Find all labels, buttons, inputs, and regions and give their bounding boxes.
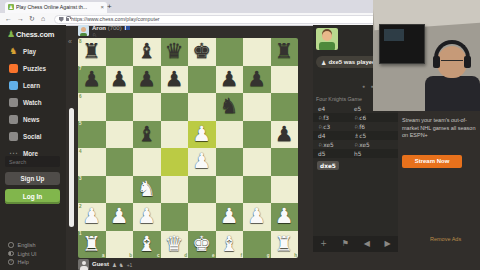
sign-up-button[interactable]: Sign Up (5, 172, 60, 185)
white-pawn-e5[interactable]: ♟ (188, 121, 216, 149)
move-banner: ♟ dxe5 was played (316, 56, 381, 68)
white-move[interactable]: ♘c3 (318, 124, 354, 130)
sidebar-item-label: Play (23, 48, 36, 55)
white-move[interactable]: d4 (318, 133, 354, 139)
learn-icon (9, 81, 18, 90)
material-advantage: +1 (127, 262, 133, 268)
square-g1[interactable]: g (243, 231, 271, 259)
black-rook-a8[interactable]: ♜ (78, 38, 106, 66)
sidebar-item-watch[interactable]: Watch (9, 97, 42, 107)
square-d8[interactable]: ♛ (161, 38, 189, 66)
footer-link-help[interactable]: ?Help (8, 259, 29, 265)
square-b2[interactable]: ♟ (106, 203, 134, 231)
square-d1[interactable]: d♛ (161, 231, 189, 259)
square-c7[interactable]: ♟ (133, 66, 161, 94)
square-e5[interactable]: ♟ (188, 121, 216, 149)
sidebar-item-label: Learn (23, 82, 40, 89)
square-a2[interactable]: 2♟ (78, 203, 106, 231)
square-h1[interactable]: h♜ (271, 231, 299, 259)
player-info[interactable]: Guest ♟ ♞ +1 (78, 259, 132, 270)
square-c4[interactable] (133, 148, 161, 176)
social-icon (9, 132, 18, 141)
white-queen-d1[interactable]: ♛ (161, 231, 189, 259)
white-rook-a1[interactable]: ♜ (78, 231, 106, 259)
chesscom-logo[interactable]: ♟ Chess.com (7, 29, 54, 39)
black-pawn-b7[interactable]: ♟ (106, 66, 134, 94)
current-move-chip[interactable]: dxe5 (317, 161, 339, 170)
lock-icon (66, 18, 70, 21)
black-move[interactable]: ♗c5 (354, 133, 390, 139)
square-g7[interactable]: ♟ (243, 66, 271, 94)
news-icon (9, 115, 18, 124)
square-f2[interactable]: ♟ (216, 203, 244, 231)
streamer-body (425, 76, 480, 111)
square-b1[interactable]: b (106, 231, 134, 259)
sidebar-item-learn[interactable]: Learn (9, 80, 40, 90)
bot-avatar[interactable] (316, 28, 338, 50)
white-move[interactable]: d5 (318, 151, 354, 157)
move-row-3: ♘c3♘f6 (313, 122, 398, 131)
square-h8[interactable]: ♜ (271, 38, 299, 66)
white-bishop-c1[interactable]: ♝ (133, 231, 161, 259)
square-c3[interactable]: ♞ (133, 176, 161, 204)
square-f8[interactable] (216, 38, 244, 66)
square-b3[interactable] (106, 176, 134, 204)
opponent-info[interactable]: Aron (700) ♘ (78, 25, 130, 38)
white-move[interactable]: e4 (318, 106, 354, 112)
remove-ads-link[interactable]: Remove Ads (430, 236, 461, 242)
footer-link-english[interactable]: English (8, 242, 36, 248)
black-bishop-c8[interactable]: ♝ (133, 38, 161, 66)
black-pawn-f7[interactable]: ♟ (216, 66, 244, 94)
white-pawn-f2[interactable]: ♟ (216, 203, 244, 231)
webcam-overlay (373, 0, 480, 111)
square-e6[interactable] (188, 93, 216, 121)
ad-text: Stream your team's out-of-market NHL gam… (402, 117, 478, 140)
black-rook-h8[interactable]: ♜ (271, 38, 299, 66)
tv-screen (379, 24, 425, 64)
square-b4[interactable] (106, 148, 134, 176)
player-avatar[interactable] (78, 259, 89, 270)
opponent-rating: (700) (108, 25, 122, 31)
square-h7[interactable] (271, 66, 299, 94)
square-c8[interactable]: ♝ (133, 38, 161, 66)
square-a6[interactable]: 6 (78, 93, 106, 121)
square-g5[interactable] (243, 121, 271, 149)
square-a8[interactable]: 8♜ (78, 38, 106, 66)
black-move[interactable]: ♘xe5 (354, 142, 390, 148)
tab-title: Play Chess Online Against th... (16, 4, 98, 10)
chesscom-favicon: ♟ (8, 4, 14, 10)
add-button[interactable]: + (320, 236, 327, 252)
square-g3[interactable] (243, 176, 271, 204)
square-e4[interactable]: ♟ (188, 148, 216, 176)
chess-board[interactable]: 8♜♝♛♚♜7♟♟♟♟♟♟6♞5♝♟♟4♟3♞2♟♟♟♟♟♟1a♜bc♝d♛e♚… (78, 38, 298, 258)
white-pawn-c2[interactable]: ♟ (133, 203, 161, 231)
black-knight-f6[interactable]: ♞ (216, 93, 244, 121)
move-row-5: ♘xe5♘xe5 (313, 140, 398, 149)
white-move[interactable]: ♘f3 (318, 115, 354, 121)
square-f3[interactable] (216, 176, 244, 204)
square-a5[interactable]: 5 (78, 121, 106, 149)
sidebar-item-social[interactable]: Social (9, 131, 42, 141)
white-bishop-f1[interactable]: ♝ (216, 231, 244, 259)
nav-icon-0[interactable]: ← (5, 14, 12, 24)
watch-icon (9, 98, 18, 107)
url-text[interactable]: https://www.chess.com/play/computer (71, 16, 160, 22)
square-h3[interactable] (271, 176, 299, 204)
tab-close-icon[interactable]: × (100, 4, 104, 10)
move-row-2: ♘f3♘c6 (313, 113, 398, 122)
globe-icon (8, 242, 14, 248)
headphone-earcup-left (433, 56, 440, 68)
footer-link-label: Light UI (18, 251, 37, 257)
square-e3[interactable] (188, 176, 216, 204)
black-bishop-c5[interactable]: ♝ (133, 121, 161, 149)
move-row-4: d4♗c5 (313, 131, 398, 140)
square-b5[interactable] (106, 121, 134, 149)
sidebar-item-label: News (23, 116, 39, 123)
sidebar-item-puzzles[interactable]: Puzzles (9, 63, 46, 73)
back-button[interactable]: ◀ (364, 236, 370, 252)
page-scrollbar[interactable] (69, 108, 74, 227)
puzzle-icon (9, 64, 18, 73)
log-in-button[interactable]: Log In (5, 189, 60, 204)
square-h2[interactable]: ♟ (271, 203, 299, 231)
square-e7[interactable] (188, 66, 216, 94)
screen: ♟ Play Chess Online Against th... × + ←→… (0, 0, 480, 270)
square-g4[interactable] (243, 148, 271, 176)
square-d2[interactable] (161, 203, 189, 231)
square-f4[interactable] (216, 148, 244, 176)
move-list: e4e5♘f3♘c6♘c3♘f6d4♗c5♘xe5♘xe5d5h5 (313, 104, 398, 158)
file-label: g (267, 253, 270, 258)
player-name: Guest (92, 261, 109, 268)
white-knight-c3[interactable]: ♞ (133, 176, 161, 204)
white-pawn-e4[interactable]: ♟ (188, 148, 216, 176)
black-move[interactable]: ♘c6 (354, 115, 390, 121)
white-pawn-g2[interactable]: ♟ (243, 203, 271, 231)
footer-link-light-ui[interactable]: Light UI (8, 251, 36, 257)
white-pawn-b2[interactable]: ♟ (106, 203, 134, 231)
footer-link-label: Help (18, 259, 29, 265)
logo-pawn-icon: ♟ (7, 29, 15, 39)
browser-tab[interactable]: ♟ Play Chess Online Against th... × (5, 2, 107, 14)
pawn-icon: ♟ (321, 59, 326, 66)
file-label: b (129, 253, 132, 258)
square-h6[interactable] (271, 93, 299, 121)
sidebar: ♟ Chess.com ♞PlayPuzzlesLearnWatchNewsSo… (0, 25, 66, 270)
player-captured-pieces: ♟ ♞ (112, 262, 124, 268)
headphone-earcup-right (464, 56, 471, 68)
square-b6[interactable] (106, 93, 134, 121)
square-a1[interactable]: 1a♜ (78, 231, 106, 259)
sidebar-item-news[interactable]: News (9, 114, 39, 124)
nav-icon-3[interactable]: ⌂ (41, 14, 45, 24)
rank-label: 3 (79, 176, 82, 181)
black-pawn-d7[interactable]: ♟ (161, 66, 189, 94)
square-d3[interactable] (161, 176, 189, 204)
flag-icon[interactable]: ⚑ (342, 236, 349, 252)
move-banner-text: dxe5 was played (328, 59, 375, 65)
square-e2[interactable] (188, 203, 216, 231)
rank-label: 5 (79, 121, 82, 126)
square-d7[interactable]: ♟ (161, 66, 189, 94)
move-controls: +⚑◀▶ (313, 236, 398, 252)
black-pawn-a7[interactable]: ♟ (78, 66, 106, 94)
square-g8[interactable] (243, 38, 271, 66)
white-pawn-h2[interactable]: ♟ (271, 203, 299, 231)
square-e8[interactable]: ♚ (188, 38, 216, 66)
new-tab-button[interactable]: + (107, 2, 112, 11)
black-pawn-g7[interactable]: ♟ (243, 66, 271, 94)
black-pawn-h5[interactable]: ♟ (271, 121, 299, 149)
black-pawn-c7[interactable]: ♟ (133, 66, 161, 94)
black-move[interactable]: h5 (354, 151, 390, 157)
forward-button[interactable]: ▶ (384, 236, 390, 252)
white-move[interactable]: ♘xe5 (318, 142, 354, 148)
white-king-e1[interactable]: ♚ (188, 231, 216, 259)
black-queen-d8[interactable]: ♛ (161, 38, 189, 66)
square-c6[interactable] (133, 93, 161, 121)
square-a3[interactable]: 3 (78, 176, 106, 204)
opening-name: Four Knights Game (316, 96, 362, 102)
flag-icon (124, 26, 130, 30)
search-input[interactable] (5, 156, 60, 167)
white-rook-h1[interactable]: ♜ (271, 231, 299, 259)
shield-icon[interactable] (59, 17, 64, 22)
sidebar-item-label: Social (23, 133, 42, 140)
stream-now-button[interactable]: Stream Now (402, 155, 462, 168)
square-g6[interactable] (243, 93, 271, 121)
sidebar-collapse-icon[interactable]: « (68, 38, 72, 45)
sidebar-item-label: Watch (23, 99, 42, 106)
square-c2[interactable]: ♟ (133, 203, 161, 231)
square-e1[interactable]: e♚ (188, 231, 216, 259)
square-h4[interactable] (271, 148, 299, 176)
square-a4[interactable]: 4 (78, 148, 106, 176)
square-f5[interactable] (216, 121, 244, 149)
help-icon: ? (8, 259, 14, 265)
black-move[interactable]: ♘f6 (354, 124, 390, 130)
move-row-6: d5h5 (313, 149, 398, 158)
footer-link-label: English (18, 242, 36, 248)
rank-label: 6 (79, 94, 82, 99)
square-d4[interactable] (161, 148, 189, 176)
opponent-name: Aron (92, 25, 106, 31)
square-c1[interactable]: c♝ (133, 231, 161, 259)
square-b7[interactable]: ♟ (106, 66, 134, 94)
knight-icon: ♞ (9, 47, 18, 56)
white-pawn-a2[interactable]: ♟ (78, 203, 106, 231)
opponent-avatar[interactable] (78, 25, 89, 36)
square-f1[interactable]: f♝ (216, 231, 244, 259)
square-d6[interactable] (161, 93, 189, 121)
square-h5[interactable]: ♟ (271, 121, 299, 149)
square-f7[interactable]: ♟ (216, 66, 244, 94)
sidebar-item-play[interactable]: ♞Play (9, 46, 36, 56)
rank-label: 4 (79, 149, 82, 154)
sidebar-item-label: Puzzles (23, 65, 46, 72)
square-d5[interactable] (161, 121, 189, 149)
nav-icon-1[interactable]: → (17, 14, 24, 24)
square-g2[interactable]: ♟ (243, 203, 271, 231)
square-b8[interactable] (106, 38, 134, 66)
square-a7[interactable]: 7♟ (78, 66, 106, 94)
black-king-e8[interactable]: ♚ (188, 38, 216, 66)
square-f6[interactable]: ♞ (216, 93, 244, 121)
theme-icon (8, 251, 14, 257)
nav-icon-2[interactable]: ↻ (29, 14, 35, 24)
square-c5[interactable]: ♝ (133, 121, 161, 149)
opponent-captured-pieces: ♘ (92, 32, 130, 38)
